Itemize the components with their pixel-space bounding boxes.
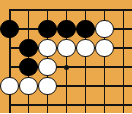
point-e15[interactable]: [76, 77, 95, 96]
point-f15[interactable]: [95, 77, 114, 96]
black-stone[interactable]: [19, 58, 38, 77]
point-c15[interactable]: [38, 77, 57, 96]
black-stone[interactable]: [38, 20, 57, 39]
point-d14[interactable]: [57, 96, 76, 114]
point-b14[interactable]: [19, 96, 38, 114]
point-e17[interactable]: [76, 39, 95, 58]
white-stone[interactable]: [19, 77, 38, 96]
point-c14[interactable]: [38, 96, 57, 114]
black-stone[interactable]: [57, 20, 76, 39]
point-d17[interactable]: [57, 39, 76, 58]
point-a15[interactable]: [0, 77, 19, 96]
point-a19[interactable]: [0, 1, 19, 20]
white-stone[interactable]: [0, 77, 19, 96]
point-e16[interactable]: [76, 58, 95, 77]
point-f17[interactable]: [95, 39, 114, 58]
point-g15[interactable]: [114, 77, 132, 96]
point-a18[interactable]: [0, 20, 19, 39]
white-stone[interactable]: [76, 39, 95, 58]
go-board: [0, 0, 132, 113]
point-b17[interactable]: [19, 39, 38, 58]
white-stone[interactable]: [38, 39, 57, 58]
point-c16[interactable]: [38, 58, 57, 77]
point-g17[interactable]: [114, 39, 132, 58]
point-f19[interactable]: [95, 1, 114, 20]
point-d18[interactable]: [57, 20, 76, 39]
point-f14[interactable]: [95, 96, 114, 114]
point-c19[interactable]: [38, 1, 57, 20]
point-b19[interactable]: [19, 1, 38, 20]
point-e18[interactable]: [76, 20, 95, 39]
white-stone[interactable]: [38, 77, 57, 96]
point-e19[interactable]: [76, 1, 95, 20]
point-a17[interactable]: [0, 39, 19, 58]
white-stone[interactable]: [95, 39, 114, 58]
point-b15[interactable]: [19, 77, 38, 96]
point-g19[interactable]: [114, 1, 132, 20]
point-b18[interactable]: [19, 20, 38, 39]
point-e14[interactable]: [76, 96, 95, 114]
point-g18[interactable]: [114, 20, 132, 39]
point-a14[interactable]: [0, 96, 19, 114]
point-f16[interactable]: [95, 58, 114, 77]
point-f18[interactable]: [95, 20, 114, 39]
intersection-grid: [0, 1, 132, 114]
point-g16[interactable]: [114, 58, 132, 77]
black-stone[interactable]: [0, 20, 19, 39]
white-stone[interactable]: [57, 39, 76, 58]
point-c17[interactable]: [38, 39, 57, 58]
white-stone[interactable]: [38, 58, 57, 77]
point-b16[interactable]: [19, 58, 38, 77]
point-d16[interactable]: [57, 58, 76, 77]
point-d19[interactable]: [57, 1, 76, 20]
black-stone[interactable]: [76, 20, 95, 39]
white-stone[interactable]: [95, 20, 114, 39]
point-d15[interactable]: [57, 77, 76, 96]
point-c18[interactable]: [38, 20, 57, 39]
black-stone[interactable]: [19, 39, 38, 58]
point-g14[interactable]: [114, 96, 132, 114]
point-a16[interactable]: [0, 58, 19, 77]
